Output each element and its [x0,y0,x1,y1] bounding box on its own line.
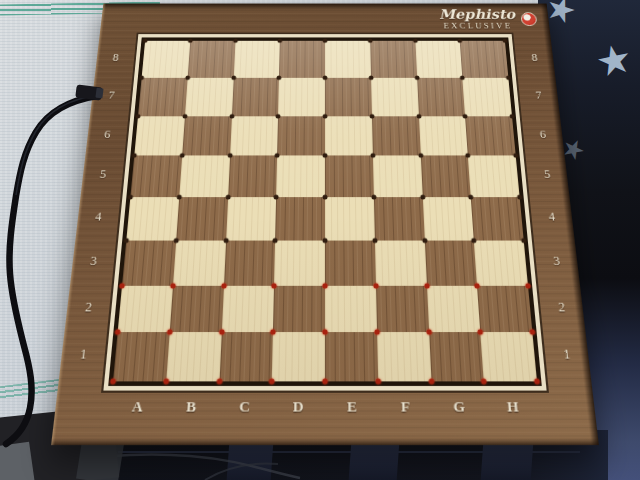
mephisto-logo: Mephisto EXCLUSIVE [438,8,537,30]
rank-label-right-5: 5 [533,168,562,182]
mephisto-badge-icon [520,12,537,26]
led-hole [323,75,328,79]
led-hole [529,330,535,335]
led-hole [275,153,280,158]
led-hole [132,153,137,158]
led-hole [426,330,432,335]
led-hole [428,379,434,385]
file-label-b: B [178,398,203,417]
led-hole [176,195,181,200]
logo-text: Mephisto EXCLUSIVE [438,8,516,30]
led-hole [119,283,125,288]
led-hole [374,330,379,335]
led-hole [110,379,116,385]
led-hole [478,330,484,335]
led-hole [525,283,531,288]
led-hole [513,153,518,158]
rank-label-right-4: 4 [537,210,567,225]
rank-label-right-1: 1 [551,347,583,364]
led-hole [509,114,514,118]
led-hole [534,379,540,385]
led-hole [272,283,277,288]
led-hole [463,114,468,118]
led-hole [170,283,176,288]
rank-label-left-2: 2 [73,299,104,315]
rank-label-left-7: 7 [97,89,125,102]
led-hole [375,379,381,385]
file-label-c: C [232,398,257,417]
series-name: EXCLUSIVE [439,23,516,31]
file-label-a: A [124,398,150,417]
led-hole [481,379,487,385]
rank-label-left-1: 1 [67,347,99,364]
led-hole [465,153,470,158]
brand-name: Mephisto [438,8,515,21]
led-hole [474,283,480,288]
led-hole [276,114,281,118]
led-hole [413,39,418,43]
file-label-g: G [446,398,471,417]
led-hole [322,379,327,385]
led-hole [179,153,184,158]
led-hole [143,39,148,43]
led-hole [424,283,429,288]
led-hole [323,114,328,118]
led-hole [371,195,376,200]
rank-label-right-3: 3 [541,253,571,268]
floor-corner [0,442,35,480]
rank-label-left-3: 3 [78,253,108,268]
led-hole [373,283,378,288]
led-hole [115,330,121,335]
led-hole [418,153,423,158]
led-hole [323,39,328,43]
led-hole [521,238,527,243]
led-hole [225,195,230,200]
led-hole [269,379,275,385]
border-dark-line [108,37,542,386]
led-hole [233,39,238,43]
led-hole [506,75,511,79]
led-hole [420,195,425,200]
led-hole [460,75,465,79]
led-hole [457,39,462,43]
led-hole [173,238,178,243]
rank-label-right-2: 2 [546,299,577,315]
led-hole [182,114,187,118]
rank-label-left-5: 5 [88,168,117,182]
led-hole [273,238,278,243]
led-hole [188,39,193,43]
led-hole [372,238,377,243]
led-hole [277,75,282,79]
led-hole [422,238,427,243]
led-hole [471,238,476,243]
led-hole [135,114,140,118]
border-cream-line [103,34,546,390]
chess-board: 87654321 87654321 ABCDEFGH Mephisto EXCL… [51,4,599,446]
file-label-d: D [286,398,310,417]
rank-label-left-8: 8 [102,52,129,65]
led-hole [502,39,507,43]
led-hole [221,283,226,288]
led-hole [229,114,234,118]
led-hole [278,39,283,43]
rank-label-left-6: 6 [93,128,122,142]
file-label-e: E [340,398,364,417]
file-label-f: F [393,398,418,417]
led-hole [323,153,328,158]
frame-edge-bottom [51,438,599,445]
led-hole [368,39,373,43]
led-hole [128,195,133,200]
led-hole [414,75,419,79]
file-label-h: H [500,398,526,417]
rank-label-right-8: 8 [521,52,548,65]
led-hole [369,114,374,118]
rank-label-left-4: 4 [83,210,113,225]
led-hole [219,330,225,335]
led-hole [517,195,522,200]
led-hole [139,75,144,79]
board-inner-border [101,33,549,393]
led-hole [322,283,327,288]
led-hole [322,330,327,335]
led-hole [167,330,173,335]
rank-label-right-6: 6 [529,128,558,142]
led-hole [163,379,169,385]
led-hole-grid [113,41,537,382]
led-hole [227,153,232,158]
led-hole [323,195,328,200]
rank-label-right-7: 7 [525,89,553,102]
led-hole [322,238,327,243]
led-hole [370,153,375,158]
led-hole [270,330,275,335]
led-hole [231,75,236,79]
led-hole [468,195,473,200]
led-hole [368,75,373,79]
led-hole [216,379,222,385]
led-hole [274,195,279,200]
led-hole [185,75,190,79]
led-hole [223,238,228,243]
led-hole [124,238,130,243]
led-hole [416,114,421,118]
star-icon: ★ [592,37,635,84]
